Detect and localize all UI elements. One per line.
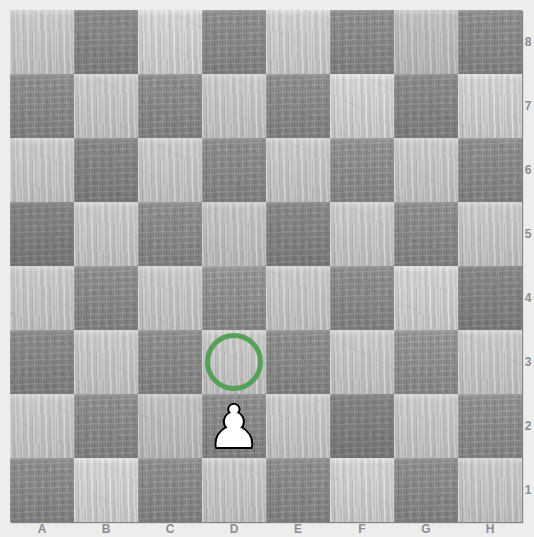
square-b4[interactable] [74,266,138,330]
file-label-e: E [266,521,330,537]
square-g4[interactable] [394,266,458,330]
square-d8[interactable] [202,10,266,74]
rank-label-1: 1 [522,458,534,522]
square-b6[interactable] [74,138,138,202]
square-b7[interactable] [74,74,138,138]
square-h3[interactable] [458,330,522,394]
square-a2[interactable] [10,394,74,458]
square-g7[interactable] [394,74,458,138]
square-f5[interactable] [330,202,394,266]
square-g2[interactable] [394,394,458,458]
square-f6[interactable] [330,138,394,202]
rank-labels: 87654321 [522,10,534,522]
chess-board: ♟ [10,10,522,522]
rank-label-3: 3 [522,330,534,394]
square-d1[interactable] [202,458,266,522]
rank-label-6: 6 [522,138,534,202]
square-g5[interactable] [394,202,458,266]
square-c8[interactable] [138,10,202,74]
square-f7[interactable] [330,74,394,138]
file-label-h: H [458,521,522,537]
square-g1[interactable] [394,458,458,522]
square-h1[interactable] [458,458,522,522]
square-c3[interactable] [138,330,202,394]
square-e8[interactable] [266,10,330,74]
square-b5[interactable] [74,202,138,266]
white-pawn-glyph: ♟ [208,396,260,458]
square-a7[interactable] [10,74,74,138]
square-a5[interactable] [10,202,74,266]
square-d7[interactable] [202,74,266,138]
chess-app: ♟ ABCDEFGH 87654321 [0,0,534,537]
square-a3[interactable] [10,330,74,394]
square-h4[interactable] [458,266,522,330]
rank-label-8: 8 [522,10,534,74]
file-label-d: D [202,521,266,537]
square-c2[interactable] [138,394,202,458]
square-b2[interactable] [74,394,138,458]
square-f8[interactable] [330,10,394,74]
square-g3[interactable] [394,330,458,394]
rank-label-5: 5 [522,202,534,266]
move-hint-circle-d3[interactable] [205,333,263,391]
file-label-a: A [10,521,74,537]
square-b8[interactable] [74,10,138,74]
square-h2[interactable] [458,394,522,458]
square-b1[interactable] [74,458,138,522]
square-e5[interactable] [266,202,330,266]
square-a8[interactable] [10,10,74,74]
square-g6[interactable] [394,138,458,202]
square-f4[interactable] [330,266,394,330]
white-pawn[interactable]: ♟ [202,394,266,458]
square-e6[interactable] [266,138,330,202]
square-f3[interactable] [330,330,394,394]
square-d5[interactable] [202,202,266,266]
square-b3[interactable] [74,330,138,394]
square-c5[interactable] [138,202,202,266]
square-c4[interactable] [138,266,202,330]
square-e1[interactable] [266,458,330,522]
square-h6[interactable] [458,138,522,202]
file-label-c: C [138,521,202,537]
square-c7[interactable] [138,74,202,138]
square-e4[interactable] [266,266,330,330]
square-d2[interactable]: ♟ [202,394,266,458]
square-d6[interactable] [202,138,266,202]
square-h5[interactable] [458,202,522,266]
square-a4[interactable] [10,266,74,330]
square-a1[interactable] [10,458,74,522]
square-g8[interactable] [394,10,458,74]
file-label-b: B [74,521,138,537]
square-e3[interactable] [266,330,330,394]
file-labels: ABCDEFGH [10,521,522,537]
square-f1[interactable] [330,458,394,522]
rank-label-4: 4 [522,266,534,330]
file-label-f: F [330,521,394,537]
square-f2[interactable] [330,394,394,458]
file-label-g: G [394,521,458,537]
square-h8[interactable] [458,10,522,74]
square-e7[interactable] [266,74,330,138]
square-d4[interactable] [202,266,266,330]
square-h7[interactable] [458,74,522,138]
square-e2[interactable] [266,394,330,458]
rank-label-7: 7 [522,74,534,138]
square-c1[interactable] [138,458,202,522]
square-d3[interactable] [202,330,266,394]
square-c6[interactable] [138,138,202,202]
rank-label-2: 2 [522,394,534,458]
square-a6[interactable] [10,138,74,202]
